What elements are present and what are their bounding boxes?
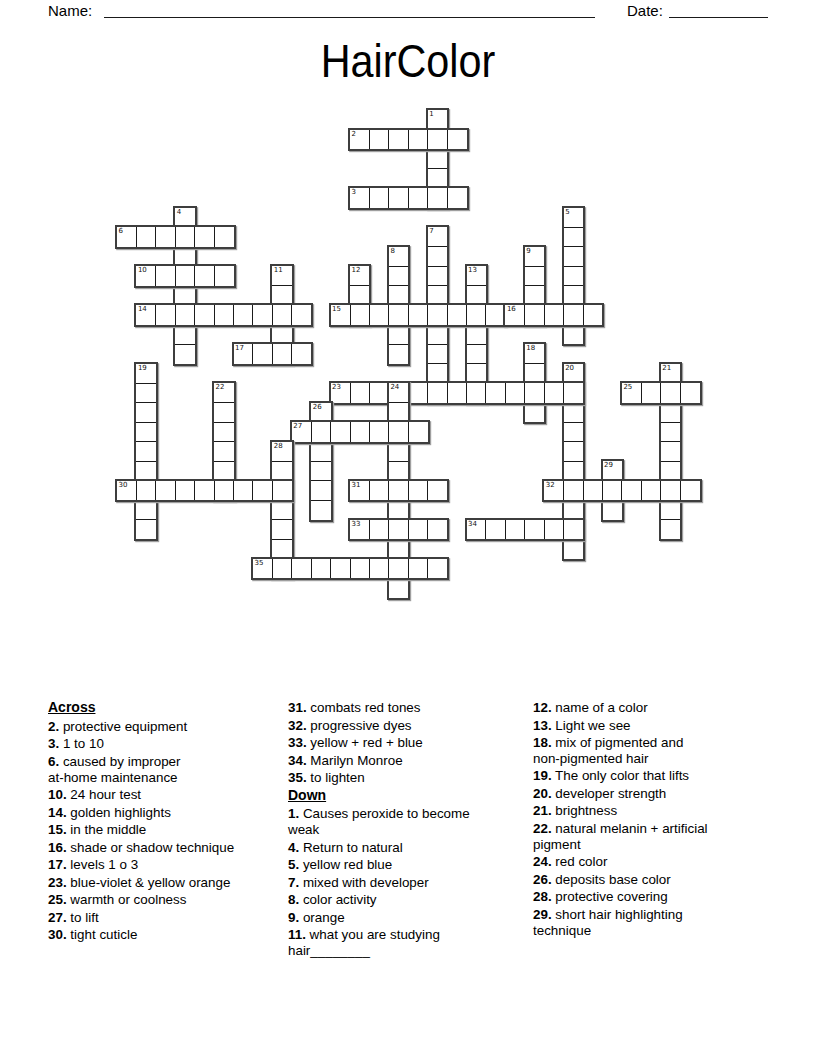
grid-number-22: 22 [216,384,225,391]
grid-number-4: 4 [177,209,181,216]
cell-separator [369,422,370,442]
cell-separator [563,481,564,501]
cell-separator [485,520,486,540]
grid-number-29: 29 [604,462,613,469]
cell-separator [311,461,330,462]
cell-separator [583,481,584,501]
clue-across-27: 27. to lift [48,910,286,926]
grid-number-2: 2 [352,131,356,138]
word-26-down [309,401,332,522]
cell-separator [427,559,428,579]
cell-separator [408,481,409,501]
cell-separator [388,422,389,442]
cell-separator [388,130,389,150]
clue-column-3: 12. name of a color13. Light we see18. m… [533,700,775,940]
cell-separator [136,383,155,384]
word-16-across [503,303,604,327]
word-35-across [251,557,449,581]
cell-separator [369,383,370,403]
grid-number-23: 23 [332,384,341,391]
cell-separator [155,227,156,247]
grid-number-15: 15 [332,306,341,313]
cell-separator [369,481,370,501]
word-23-across [329,381,585,405]
cell-separator [427,520,428,540]
cell-separator [544,305,545,325]
word-32-across [542,479,701,503]
clue-across-10: 10. 24 hour test [48,787,286,803]
clue-across-23: 23. blue-violet & yellow orange [48,875,286,891]
cell-separator [194,481,195,501]
word-34-across [465,518,586,542]
cell-separator [330,559,331,579]
grid-number-12: 12 [352,267,361,274]
cell-separator [447,383,448,403]
cell-separator [661,461,680,462]
word-2-across [348,128,469,152]
cell-separator [428,246,447,247]
cell-separator [505,520,506,540]
clue-heading-across: Across [48,700,286,716]
cell-separator [660,383,661,403]
clue-down-26: 26. deposits base color [533,872,775,888]
cell-separator [194,227,195,247]
word-19-down [134,362,157,542]
cell-separator [428,285,447,286]
cell-separator [427,188,428,208]
cell-separator [485,305,486,325]
cell-separator [155,266,156,286]
cell-separator [564,246,583,247]
cell-separator [233,305,234,325]
cell-separator [525,363,544,364]
grid-number-14: 14 [138,306,147,313]
cell-separator [388,559,389,579]
cell-separator [311,500,330,501]
word-14-across [134,303,313,327]
word-31-across [348,479,449,503]
cell-separator [524,383,525,403]
clue-down-12: 12. name of a color [533,700,775,716]
clue-down-22: 22. natural melanin + artificial pigment [533,821,775,853]
grid-number-20: 20 [565,365,574,372]
grid-number-18: 18 [526,345,535,352]
clue-across-6: 6. caused by improper at-home maintenanc… [48,754,286,786]
grid-number-31: 31 [352,482,361,489]
cell-separator [466,305,467,325]
grid-number-25: 25 [623,384,632,391]
cell-separator [369,188,370,208]
grid-number-26: 26 [313,404,322,411]
cell-separator [427,305,428,325]
cell-separator [408,559,409,579]
cell-separator [660,481,661,501]
clue-across-34: 34. Marilyn Monroe [288,753,526,769]
clue-down-28: 28. protective covering [533,889,775,905]
cell-separator [621,481,622,501]
grid-number-17: 17 [235,345,244,352]
grid-number-16: 16 [507,306,516,313]
cell-separator [136,402,155,403]
cell-separator [136,227,137,247]
grid-number-27: 27 [293,423,302,430]
cell-separator [175,227,176,247]
grid-number-13: 13 [468,267,477,274]
grid-number-7: 7 [429,228,433,235]
cell-separator [291,305,292,325]
clue-across-16: 16. shade or shadow technique [48,840,286,856]
clue-down-4: 4. Return to natural [288,840,526,856]
cell-separator [272,559,273,579]
word-33-across [348,518,449,542]
grid-number-35: 35 [254,560,263,567]
cell-separator [214,227,215,247]
cell-separator [194,305,195,325]
clue-down-21: 21. brightness [533,803,775,819]
cell-separator [524,305,525,325]
cell-separator [369,130,370,150]
cell-separator [602,481,603,501]
grid-number-11: 11 [274,267,283,274]
cell-separator [388,188,389,208]
cell-separator [155,305,156,325]
clue-column-2: 31. combats red tones32. progressive dye… [288,700,526,961]
cell-separator [388,305,389,325]
cell-separator [525,266,544,267]
cell-separator [272,305,273,325]
cell-separator [408,305,409,325]
clue-down-11: 11. what you are studying hair________ [288,927,526,959]
clue-across-32: 32. progressive dyes [288,718,526,734]
crossword-grid: 1234567891011121314151617181920212223242… [0,0,816,640]
cell-separator [136,461,155,462]
cell-separator [311,480,330,481]
cell-separator [427,481,428,501]
cell-separator [583,305,584,325]
cell-separator [233,481,234,501]
cell-separator [369,559,370,579]
cell-separator [272,539,291,540]
cell-separator [252,344,253,364]
cell-separator [388,520,389,540]
cell-separator [350,559,351,579]
cell-separator [389,461,408,462]
cell-separator [447,188,448,208]
cell-separator [641,383,642,403]
clue-down-7: 7. mixed with developer [288,875,526,891]
cell-separator [330,422,331,442]
cell-separator [661,422,680,423]
clue-across-30: 30. tight cuticle [48,927,286,943]
cell-separator [136,441,155,442]
cell-separator [252,481,253,501]
cell-separator [389,344,408,345]
cell-separator [389,402,408,403]
cell-separator [272,344,273,364]
cell-separator [291,344,292,364]
cell-separator [136,481,137,501]
word-15-across [329,303,508,327]
cell-separator [505,383,506,403]
clue-across-14: 14. golden highlights [48,805,286,821]
clue-down-20: 20. developer strength [533,786,775,802]
clue-across-17: 17. levels 1 o 3 [48,857,286,873]
cell-separator [136,422,155,423]
cell-separator [447,305,448,325]
word-30-across [115,479,294,503]
clue-down-19: 19. The only color that lifts [533,768,775,784]
cell-separator [428,344,447,345]
cell-separator [428,266,447,267]
cell-separator [447,130,448,150]
word-27-across [290,420,430,444]
cell-separator [661,441,680,442]
clue-across-35: 35. to lighten [288,770,526,786]
cell-separator [214,481,215,501]
worksheet-page: Name: Date: HairColor 123456789101112131… [0,0,816,1056]
word-3-across [348,186,469,210]
cell-separator [408,188,409,208]
cell-separator [563,383,564,403]
cell-separator [389,285,408,286]
cell-separator [524,520,525,540]
grid-number-24: 24 [390,384,399,391]
cell-separator [311,559,312,579]
cell-separator [388,481,389,501]
clue-heading-down: Down [288,788,526,804]
cell-separator [544,383,545,403]
grid-number-1: 1 [429,111,433,118]
cell-separator [408,422,409,442]
cell-separator [525,285,544,286]
grid-number-21: 21 [662,365,671,372]
word-6-across [115,225,236,249]
clue-down-9: 9. orange [288,910,526,926]
clue-across-3: 3. 1 to 10 [48,736,286,752]
cell-separator [291,559,292,579]
cell-separator [427,130,428,150]
grid-number-5: 5 [565,209,569,216]
cell-separator [369,520,370,540]
grid-number-32: 32 [546,482,555,489]
grid-number-34: 34 [468,521,477,528]
cell-separator [467,344,486,345]
cell-separator [564,285,583,286]
cell-separator [680,481,681,501]
clue-across-25: 25. warmth or coolness [48,892,286,908]
cell-separator [272,519,291,520]
cell-separator [214,422,233,423]
cell-separator [428,363,447,364]
grid-number-30: 30 [119,482,128,489]
clue-column-1: Across2. protective equipment3. 1 to 106… [48,700,286,945]
cell-separator [214,305,215,325]
cell-separator [272,461,291,462]
clue-across-33: 33. yellow + red + blue [288,735,526,751]
cell-separator [272,481,273,501]
cell-separator [350,305,351,325]
cell-separator [564,461,583,462]
cell-separator [467,363,486,364]
cell-separator [272,285,291,286]
cell-separator [252,305,253,325]
grid-number-8: 8 [390,248,394,255]
cell-separator [680,383,681,403]
cell-separator [389,266,408,267]
grid-number-19: 19 [138,365,147,372]
cell-separator [214,461,233,462]
cell-separator [214,266,215,286]
cell-separator [467,285,486,286]
clue-across-2: 2. protective equipment [48,719,286,735]
clue-down-1: 1. Causes peroxide to become weak [288,806,526,838]
cell-separator [641,481,642,501]
cell-separator [661,519,680,520]
cell-separator [544,520,545,540]
clue-down-13: 13. Light we see [533,718,775,734]
grid-number-6: 6 [119,228,123,235]
cell-separator [155,481,156,501]
cell-separator [466,383,467,403]
cell-separator [369,305,370,325]
clue-across-31: 31. combats red tones [288,700,526,716]
cell-separator [175,481,176,501]
clue-down-24: 24. red color [533,854,775,870]
grid-number-28: 28 [274,443,283,450]
cell-separator [175,266,176,286]
grid-number-3: 3 [352,189,356,196]
cell-separator [428,168,447,169]
cell-separator [194,266,195,286]
grid-number-9: 9 [526,248,530,255]
clue-down-5: 5. yellow red blue [288,857,526,873]
cell-separator [136,519,155,520]
cell-separator [564,227,583,228]
clue-down-29: 29. short hair highlighting technique [533,907,775,939]
clue-down-18: 18. mix of pigmented and non-pigmented h… [533,735,775,767]
cell-separator [564,266,583,267]
word-10-across [134,264,235,288]
clue-down-8: 8. color activity [288,892,526,908]
cell-separator [485,383,486,403]
cell-separator [564,441,583,442]
cell-separator [350,422,351,442]
cell-separator [175,344,194,345]
cell-separator [563,305,564,325]
cell-separator [408,130,409,150]
cell-separator [175,305,176,325]
clue-across-15: 15. in the middle [48,822,286,838]
cell-separator [214,402,233,403]
cell-separator [563,520,564,540]
cell-separator [427,383,428,403]
grid-number-33: 33 [352,521,361,528]
cell-separator [214,441,233,442]
cell-separator [408,520,409,540]
grid-number-10: 10 [138,267,147,274]
cell-separator [564,422,583,423]
cell-separator [350,383,351,403]
cell-separator [350,285,369,286]
cell-separator [311,422,312,442]
